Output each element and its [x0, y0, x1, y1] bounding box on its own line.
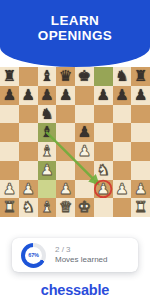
black-pawn-d7: ♟: [59, 86, 72, 105]
progress-card: 67% 2 / 3 Moves learned: [12, 238, 138, 272]
square-d4[interactable]: [56, 142, 75, 161]
square-e5[interactable]: ♟: [75, 123, 94, 142]
square-e7[interactable]: [75, 86, 94, 105]
square-c1[interactable]: ♝: [38, 198, 57, 217]
square-c6[interactable]: ♞: [38, 105, 57, 124]
progress-ring: 67%: [21, 243, 46, 268]
square-d5[interactable]: [56, 123, 75, 142]
square-f1[interactable]: [94, 198, 113, 217]
square-g2[interactable]: ♟: [113, 180, 132, 199]
square-g6[interactable]: [113, 105, 132, 124]
square-f4[interactable]: [94, 142, 113, 161]
black-pawn-g7: ♟: [115, 86, 128, 105]
square-b6[interactable]: [19, 105, 38, 124]
white-knight-f3: ♞: [96, 161, 109, 180]
square-h4[interactable]: [131, 142, 150, 161]
banner-title-line2: OPENINGS: [38, 28, 112, 43]
square-a5[interactable]: [0, 123, 19, 142]
black-bishop-c5: ♝: [40, 123, 53, 142]
square-g8[interactable]: ♞: [113, 67, 132, 86]
square-f3[interactable]: ♞: [94, 161, 113, 180]
square-a3[interactable]: [0, 161, 19, 180]
white-pawn-g2: ♟: [115, 180, 128, 199]
square-a8[interactable]: ♜: [0, 67, 19, 86]
moves-count: 2 / 3: [55, 245, 107, 255]
square-h5[interactable]: [131, 123, 150, 142]
white-pawn-f2: ♟: [96, 180, 109, 199]
square-e4[interactable]: ♟: [75, 142, 94, 161]
square-c8[interactable]: ♝: [38, 67, 57, 86]
square-h2[interactable]: ♟: [131, 180, 150, 199]
square-b4[interactable]: [19, 142, 38, 161]
square-c5[interactable]: ♝: [38, 123, 57, 142]
square-b5[interactable]: [19, 123, 38, 142]
square-g1[interactable]: [113, 198, 132, 217]
black-pawn-e5: ♟: [78, 123, 91, 142]
square-e3[interactable]: [75, 161, 94, 180]
square-f7[interactable]: ♟: [94, 86, 113, 105]
black-knight-c6: ♞: [40, 105, 53, 124]
square-e1[interactable]: ♚: [75, 198, 94, 217]
white-bishop-c1: ♝: [40, 198, 53, 217]
square-d8[interactable]: ♛: [56, 67, 75, 86]
white-pawn-c3: ♟: [40, 161, 53, 180]
black-queen-d8: ♛: [59, 67, 72, 86]
square-e6[interactable]: [75, 105, 94, 124]
square-h3[interactable]: [131, 161, 150, 180]
square-g5[interactable]: [113, 123, 132, 142]
banner-title-line1: LEARN: [51, 13, 100, 28]
black-king-e8: ♚: [78, 67, 91, 86]
square-h1[interactable]: ♜: [131, 198, 150, 217]
board-grid[interactable]: ♜♝♛♚♞♜♟♟♟♟♟♟♟♞♝♟♝♟♟♞♟♟♟♟♟♟♜♞♝♛♚♜: [0, 67, 150, 217]
black-pawn-f7: ♟: [96, 86, 109, 105]
square-c2[interactable]: [38, 180, 57, 199]
white-pawn-h2: ♟: [134, 180, 147, 199]
square-c3[interactable]: ♟: [38, 161, 57, 180]
square-f6[interactable]: [94, 105, 113, 124]
square-b2[interactable]: ♟: [19, 180, 38, 199]
moves-caption: Moves learned: [55, 255, 107, 265]
square-f5[interactable]: [94, 123, 113, 142]
square-a6[interactable]: [0, 105, 19, 124]
black-pawn-b7: ♟: [21, 86, 34, 105]
square-b1[interactable]: ♞: [19, 198, 38, 217]
square-a4[interactable]: [0, 142, 19, 161]
chess-board[interactable]: ♜♝♛♚♞♜♟♟♟♟♟♟♟♞♝♟♝♟♟♞♟♟♟♟♟♟♜♞♝♛♚♜: [0, 67, 150, 217]
square-g7[interactable]: ♟: [113, 86, 132, 105]
chessable-logo[interactable]: chessable: [41, 282, 109, 298]
white-pawn-a2: ♟: [3, 180, 16, 199]
square-h8[interactable]: ♜: [131, 67, 150, 86]
square-g4[interactable]: [113, 142, 132, 161]
white-pawn-d2: ♟: [59, 180, 72, 199]
square-f8[interactable]: [94, 67, 113, 86]
square-a1[interactable]: ♜: [0, 198, 19, 217]
progress-percent: 67%: [25, 247, 42, 264]
square-d2[interactable]: ♟: [56, 180, 75, 199]
square-d3[interactable]: [56, 161, 75, 180]
square-d7[interactable]: ♟: [56, 86, 75, 105]
square-g3[interactable]: [113, 161, 132, 180]
black-pawn-h7: ♟: [134, 86, 147, 105]
white-pawn-b2: ♟: [21, 180, 34, 199]
square-c7[interactable]: ♟: [38, 86, 57, 105]
square-h6[interactable]: [131, 105, 150, 124]
square-e8[interactable]: ♚: [75, 67, 94, 86]
square-e2[interactable]: [75, 180, 94, 199]
square-c4[interactable]: ♝: [38, 142, 57, 161]
banner: LEARN OPENINGS: [0, 0, 150, 67]
white-king-e1: ♚: [78, 198, 91, 217]
square-b3[interactable]: [19, 161, 38, 180]
square-a7[interactable]: ♟: [0, 86, 19, 105]
square-d1[interactable]: ♛: [56, 198, 75, 217]
square-b7[interactable]: ♟: [19, 86, 38, 105]
black-pawn-c7: ♟: [40, 86, 53, 105]
white-bishop-c4: ♝: [40, 142, 53, 161]
square-b8[interactable]: [19, 67, 38, 86]
black-rook-h8: ♜: [134, 67, 147, 86]
black-knight-g8: ♞: [115, 67, 128, 86]
footer: chessable: [0, 281, 150, 299]
square-h7[interactable]: ♟: [131, 86, 150, 105]
white-pawn-e4: ♟: [78, 142, 91, 161]
square-f2[interactable]: ♟: [94, 180, 113, 199]
black-rook-a8: ♜: [3, 67, 16, 86]
square-d6[interactable]: [56, 105, 75, 124]
square-a2[interactable]: ♟: [0, 180, 19, 199]
white-knight-b1: ♞: [21, 198, 34, 217]
black-bishop-c8: ♝: [40, 67, 53, 86]
white-queen-d1: ♛: [59, 198, 72, 217]
white-rook-h1: ♜: [134, 198, 147, 217]
black-pawn-a7: ♟: [3, 86, 16, 105]
white-rook-a1: ♜: [3, 198, 16, 217]
